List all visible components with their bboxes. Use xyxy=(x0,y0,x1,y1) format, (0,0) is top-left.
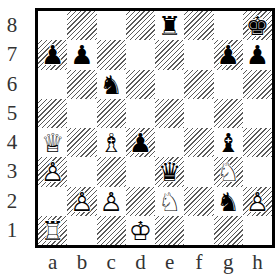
square-f3[interactable] xyxy=(184,157,213,186)
black-bishop: ♝ xyxy=(214,128,243,157)
square-c4[interactable]: ♝♗ xyxy=(97,128,126,157)
white-pawn: ♙ xyxy=(97,187,126,216)
white-knight: ♘ xyxy=(155,187,184,216)
square-e5[interactable] xyxy=(155,99,184,128)
square-e1[interactable] xyxy=(155,216,184,245)
black-pawn: ♟ xyxy=(67,40,96,69)
white-pawn: ♙ xyxy=(67,187,96,216)
square-g2[interactable]: ♞ xyxy=(214,187,243,216)
file-label-b: b xyxy=(67,249,96,275)
white-pawn-fill: ♟ xyxy=(243,187,272,216)
square-b3[interactable] xyxy=(67,157,96,186)
file-label-e: e xyxy=(155,249,184,275)
chess-diagram: 87654321 ♜♚♟♟♟♟♞♛♕♝♗♟♝♟♙♛♞♘♟♙♟♙♞♘♞♟♙♜♖♚♔… xyxy=(0,0,278,280)
file-label-c: c xyxy=(97,249,126,275)
white-knight-fill: ♞ xyxy=(214,157,243,186)
white-knight-fill: ♞ xyxy=(155,187,184,216)
black-pawn: ♟ xyxy=(214,40,243,69)
square-b5[interactable] xyxy=(67,99,96,128)
square-d5[interactable] xyxy=(126,99,155,128)
square-h1[interactable] xyxy=(243,216,272,245)
square-h4[interactable] xyxy=(243,128,272,157)
square-b1[interactable] xyxy=(67,216,96,245)
square-h7[interactable]: ♟ xyxy=(243,40,272,69)
square-h3[interactable] xyxy=(243,157,272,186)
black-king: ♚ xyxy=(243,11,272,40)
white-king-fill: ♚ xyxy=(126,216,155,245)
white-bishop-fill: ♝ xyxy=(97,128,126,157)
rank-label-8: 8 xyxy=(0,11,24,40)
square-c2[interactable]: ♟♙ xyxy=(97,187,126,216)
white-knight: ♘ xyxy=(214,157,243,186)
black-rook: ♜ xyxy=(155,11,184,40)
square-a8[interactable] xyxy=(38,11,67,40)
square-f1[interactable] xyxy=(184,216,213,245)
square-f6[interactable] xyxy=(184,70,213,99)
square-c8[interactable] xyxy=(97,11,126,40)
square-h2[interactable]: ♟♙ xyxy=(243,187,272,216)
rank-label-4: 4 xyxy=(0,128,24,157)
square-e2[interactable]: ♞♘ xyxy=(155,187,184,216)
square-e6[interactable] xyxy=(155,70,184,99)
square-b7[interactable]: ♟ xyxy=(67,40,96,69)
white-rook: ♖ xyxy=(38,216,67,245)
square-a3[interactable]: ♟♙ xyxy=(38,157,67,186)
square-b8[interactable] xyxy=(67,11,96,40)
square-a5[interactable] xyxy=(38,99,67,128)
square-c3[interactable] xyxy=(97,157,126,186)
square-c5[interactable] xyxy=(97,99,126,128)
file-label-g: g xyxy=(214,249,243,275)
square-f8[interactable] xyxy=(184,11,213,40)
rank-label-2: 2 xyxy=(0,187,24,216)
square-b2[interactable]: ♟♙ xyxy=(67,187,96,216)
square-b4[interactable] xyxy=(67,128,96,157)
rank-label-6: 6 xyxy=(0,70,24,99)
white-pawn-fill: ♟ xyxy=(97,187,126,216)
chess-board: ♜♚♟♟♟♟♞♛♕♝♗♟♝♟♙♛♞♘♟♙♟♙♞♘♞♟♙♜♖♚♔ xyxy=(35,8,275,248)
square-a2[interactable] xyxy=(38,187,67,216)
square-c1[interactable] xyxy=(97,216,126,245)
square-g1[interactable] xyxy=(214,216,243,245)
file-label-f: f xyxy=(184,249,213,275)
black-pawn: ♟ xyxy=(38,40,67,69)
black-knight: ♞ xyxy=(97,70,126,99)
black-queen: ♛ xyxy=(155,157,184,186)
file-label-d: d xyxy=(126,249,155,275)
square-b6[interactable] xyxy=(67,70,96,99)
square-c7[interactable] xyxy=(97,40,126,69)
file-labels: abcdefgh xyxy=(38,249,272,275)
white-bishop: ♗ xyxy=(97,128,126,157)
square-a7[interactable]: ♟ xyxy=(38,40,67,69)
white-queen: ♕ xyxy=(38,128,67,157)
white-pawn-fill: ♟ xyxy=(67,187,96,216)
file-label-a: a xyxy=(38,249,67,275)
black-pawn: ♟ xyxy=(126,128,155,157)
rank-labels: 87654321 xyxy=(0,11,24,245)
white-king: ♔ xyxy=(126,216,155,245)
square-e3[interactable]: ♛ xyxy=(155,157,184,186)
square-d2[interactable] xyxy=(126,187,155,216)
rank-label-5: 5 xyxy=(0,99,24,128)
square-d3[interactable] xyxy=(126,157,155,186)
square-d6[interactable] xyxy=(126,70,155,99)
white-pawn: ♙ xyxy=(38,157,67,186)
square-a1[interactable]: ♜♖ xyxy=(38,216,67,245)
square-g8[interactable] xyxy=(214,11,243,40)
square-d1[interactable]: ♚♔ xyxy=(126,216,155,245)
black-pawn: ♟ xyxy=(243,40,272,69)
white-pawn: ♙ xyxy=(243,187,272,216)
black-knight: ♞ xyxy=(214,187,243,216)
square-g6[interactable] xyxy=(214,70,243,99)
square-f7[interactable] xyxy=(184,40,213,69)
square-f5[interactable] xyxy=(184,99,213,128)
square-h6[interactable] xyxy=(243,70,272,99)
square-g5[interactable] xyxy=(214,99,243,128)
square-d7[interactable] xyxy=(126,40,155,69)
square-c6[interactable]: ♞ xyxy=(97,70,126,99)
square-f4[interactable] xyxy=(184,128,213,157)
rank-label-7: 7 xyxy=(0,40,24,69)
square-h8[interactable]: ♚ xyxy=(243,11,272,40)
rank-label-1: 1 xyxy=(0,216,24,245)
square-e7[interactable] xyxy=(155,40,184,69)
square-h5[interactable] xyxy=(243,99,272,128)
square-g3[interactable]: ♞♘ xyxy=(214,157,243,186)
square-f2[interactable] xyxy=(184,187,213,216)
square-g7[interactable]: ♟ xyxy=(214,40,243,69)
square-d8[interactable] xyxy=(126,11,155,40)
white-queen-fill: ♛ xyxy=(38,128,67,157)
white-pawn-fill: ♟ xyxy=(38,157,67,186)
rank-label-3: 3 xyxy=(0,157,24,186)
square-a6[interactable] xyxy=(38,70,67,99)
square-e8[interactable]: ♜ xyxy=(155,11,184,40)
file-label-h: h xyxy=(243,249,272,275)
white-rook-fill: ♜ xyxy=(38,216,67,245)
square-a4[interactable]: ♛♕ xyxy=(38,128,67,157)
square-g4[interactable]: ♝ xyxy=(214,128,243,157)
square-d4[interactable]: ♟ xyxy=(126,128,155,157)
square-e4[interactable] xyxy=(155,128,184,157)
